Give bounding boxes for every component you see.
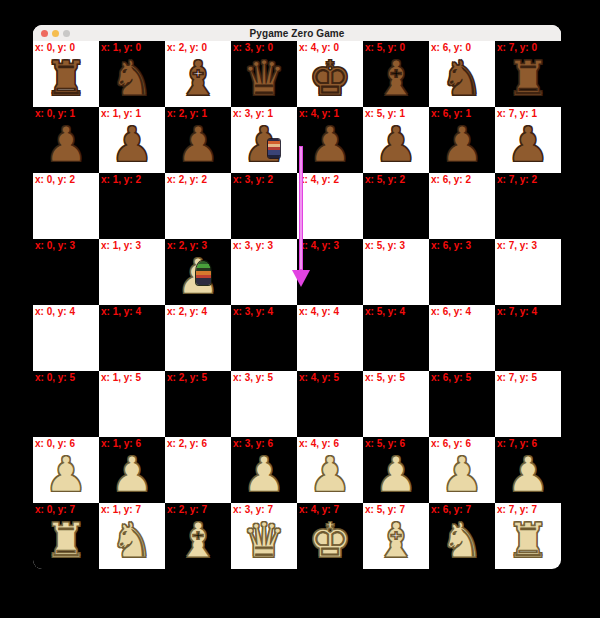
board: x: 0, y: 0♜x: 1, y: 0♞x: 2, y: 0♝x: 3, y… xyxy=(33,41,561,569)
cell-label: x: 5, y: 5 xyxy=(365,372,405,383)
piece-cream-pawn: ♟ xyxy=(242,450,285,498)
cell-x5-y7[interactable]: x: 5, y: 7♝ xyxy=(363,503,429,569)
cell-x0-y3[interactable]: x: 0, y: 3 xyxy=(33,239,99,305)
cell-x1-y5[interactable]: x: 1, y: 5 xyxy=(99,371,165,437)
piece-brown-rook: ♜ xyxy=(44,54,87,102)
cell-x3-y1[interactable]: x: 3, y: 1♟ xyxy=(231,107,297,173)
cell-x4-y3[interactable]: x: 4, y: 3 xyxy=(297,239,363,305)
cell-x7-y1[interactable]: x: 7, y: 1♟ xyxy=(495,107,561,173)
pygame-window: Pygame Zero Game x: 0, y: 0♜x: 1, y: 0♞x… xyxy=(33,25,561,569)
cell-x5-y6[interactable]: x: 5, y: 6♟ xyxy=(363,437,429,503)
cell-label: x: 1, y: 3 xyxy=(101,240,141,251)
cell-label: x: 5, y: 1 xyxy=(365,108,405,119)
cell-label: x: 5, y: 0 xyxy=(365,42,405,53)
cell-label: x: 3, y: 1 xyxy=(233,108,273,119)
cell-label: x: 6, y: 1 xyxy=(431,108,471,119)
piece-brown-queen: ♛ xyxy=(242,54,285,102)
cell-label: x: 2, y: 4 xyxy=(167,306,207,317)
cell-x5-y2[interactable]: x: 5, y: 2 xyxy=(363,173,429,239)
cell-label: x: 7, y: 1 xyxy=(497,108,537,119)
cell-x4-y4[interactable]: x: 4, y: 4 xyxy=(297,305,363,371)
cell-x0-y6[interactable]: x: 0, y: 6♟ xyxy=(33,437,99,503)
cell-x5-y5[interactable]: x: 5, y: 5 xyxy=(363,371,429,437)
cell-x6-y2[interactable]: x: 6, y: 2 xyxy=(429,173,495,239)
cell-x3-y2[interactable]: x: 3, y: 2 xyxy=(231,173,297,239)
cell-x4-y5[interactable]: x: 4, y: 5 xyxy=(297,371,363,437)
piece-cream-pawn: ♟ xyxy=(44,450,87,498)
piece-cream-pawn: ♟ xyxy=(110,450,153,498)
cell-label: x: 6, y: 0 xyxy=(431,42,471,53)
cell-x4-y2[interactable]: x: 4, y: 2 xyxy=(297,173,363,239)
piece-brown-pawn: ♟ xyxy=(308,120,351,168)
cell-label: x: 7, y: 6 xyxy=(497,438,537,449)
cell-x7-y5[interactable]: x: 7, y: 5 xyxy=(495,371,561,437)
piece-cream-rook: ♜ xyxy=(506,516,549,564)
cell-label: x: 5, y: 4 xyxy=(365,306,405,317)
cell-x1-y1[interactable]: x: 1, y: 1♟ xyxy=(99,107,165,173)
cell-label: x: 0, y: 5 xyxy=(35,372,75,383)
cell-x3-y0[interactable]: x: 3, y: 0♛ xyxy=(231,41,297,107)
cell-x0-y2[interactable]: x: 0, y: 2 xyxy=(33,173,99,239)
cell-x2-y7[interactable]: x: 2, y: 7♝ xyxy=(165,503,231,569)
cell-x1-y7[interactable]: x: 1, y: 7♞ xyxy=(99,503,165,569)
cell-x6-y1[interactable]: x: 6, y: 1♟ xyxy=(429,107,495,173)
piece-cream-rook: ♜ xyxy=(44,516,87,564)
cell-label: x: 7, y: 3 xyxy=(497,240,537,251)
cell-x4-y1[interactable]: x: 4, y: 1♟ xyxy=(297,107,363,173)
piece-brown-pawn: ♟ xyxy=(374,120,417,168)
cell-x6-y6[interactable]: x: 6, y: 6♟ xyxy=(429,437,495,503)
cell-label: x: 2, y: 2 xyxy=(167,174,207,185)
piece-cream-knight: ♞ xyxy=(440,516,483,564)
cell-label: x: 1, y: 6 xyxy=(101,438,141,449)
piece-cream-pawn: ♟ xyxy=(374,450,417,498)
cell-x0-y5[interactable]: x: 0, y: 5 xyxy=(33,371,99,437)
cell-label: x: 1, y: 2 xyxy=(101,174,141,185)
cell-x3-y7[interactable]: x: 3, y: 7♛ xyxy=(231,503,297,569)
window-title: Pygame Zero Game xyxy=(33,28,561,39)
cell-x6-y0[interactable]: x: 6, y: 0♞ xyxy=(429,41,495,107)
piece-brown-knight: ♞ xyxy=(440,54,483,102)
cell-x6-y7[interactable]: x: 6, y: 7♞ xyxy=(429,503,495,569)
piece-cream-queen: ♛ xyxy=(242,516,285,564)
cell-x1-y6[interactable]: x: 1, y: 6♟ xyxy=(99,437,165,503)
cell-label: x: 5, y: 2 xyxy=(365,174,405,185)
cell-label: x: 3, y: 5 xyxy=(233,372,273,383)
cell-label: x: 7, y: 5 xyxy=(497,372,537,383)
cell-x5-y4[interactable]: x: 5, y: 4 xyxy=(363,305,429,371)
cell-label: x: 6, y: 4 xyxy=(431,306,471,317)
titlebar[interactable]: Pygame Zero Game xyxy=(33,25,561,41)
cell-x2-y5[interactable]: x: 2, y: 5 xyxy=(165,371,231,437)
cell-x4-y0[interactable]: x: 4, y: 0♚ xyxy=(297,41,363,107)
piece-cream-pawn: ♟ xyxy=(440,450,483,498)
piece-cream-king: ♚ xyxy=(308,516,351,564)
piece-cream-pawn: ♟ xyxy=(308,450,351,498)
cell-x0-y4[interactable]: x: 0, y: 4 xyxy=(33,305,99,371)
cell-label: x: 1, y: 5 xyxy=(101,372,141,383)
piece-brown-king: ♚ xyxy=(308,54,351,102)
cell-x6-y3[interactable]: x: 6, y: 3 xyxy=(429,239,495,305)
cell-x3-y4[interactable]: x: 3, y: 4 xyxy=(231,305,297,371)
piece-cream-knight: ♞ xyxy=(110,516,153,564)
cell-label: x: 0, y: 6 xyxy=(35,438,75,449)
cell-x5-y3[interactable]: x: 5, y: 3 xyxy=(363,239,429,305)
cell-x2-y6[interactable]: x: 2, y: 6 xyxy=(165,437,231,503)
cell-label: x: 7, y: 2 xyxy=(497,174,537,185)
cell-label: x: 1, y: 0 xyxy=(101,42,141,53)
cell-label: x: 4, y: 7 xyxy=(299,504,339,515)
cell-label: x: 7, y: 4 xyxy=(497,306,537,317)
cell-x2-y0[interactable]: x: 2, y: 0♝ xyxy=(165,41,231,107)
cell-label: x: 2, y: 0 xyxy=(167,42,207,53)
cell-x0-y0[interactable]: x: 0, y: 0♜ xyxy=(33,41,99,107)
piece-brown-bishop: ♝ xyxy=(176,54,219,102)
cell-label: x: 0, y: 7 xyxy=(35,504,75,515)
cell-x0-y1[interactable]: x: 0, y: 1♟ xyxy=(33,107,99,173)
cell-x7-y2[interactable]: x: 7, y: 2 xyxy=(495,173,561,239)
piece-brown-pawn: ♟ xyxy=(440,120,483,168)
cell-label: x: 7, y: 7 xyxy=(497,504,537,515)
cell-label: x: 0, y: 4 xyxy=(35,306,75,317)
cell-label: x: 2, y: 1 xyxy=(167,108,207,119)
cell-x4-y7[interactable]: x: 4, y: 7♚ xyxy=(297,503,363,569)
cell-x2-y2[interactable]: x: 2, y: 2 xyxy=(165,173,231,239)
cell-label: x: 3, y: 2 xyxy=(233,174,273,185)
cell-label: x: 4, y: 2 xyxy=(299,174,339,185)
cell-label: x: 3, y: 3 xyxy=(233,240,273,251)
cell-label: x: 6, y: 3 xyxy=(431,240,471,251)
cell-x6-y4[interactable]: x: 6, y: 4 xyxy=(429,305,495,371)
cell-label: x: 2, y: 6 xyxy=(167,438,207,449)
cell-label: x: 5, y: 6 xyxy=(365,438,405,449)
cell-label: x: 1, y: 7 xyxy=(101,504,141,515)
cell-label: x: 0, y: 3 xyxy=(35,240,75,251)
mini-goblin-sprite[interactable] xyxy=(196,261,211,285)
cell-x7-y0[interactable]: x: 7, y: 0♜ xyxy=(495,41,561,107)
cell-x5-y0[interactable]: x: 5, y: 0♝ xyxy=(363,41,429,107)
cell-x5-y1[interactable]: x: 5, y: 1♟ xyxy=(363,107,429,173)
cell-label: x: 4, y: 0 xyxy=(299,42,339,53)
cell-x1-y0[interactable]: x: 1, y: 0♞ xyxy=(99,41,165,107)
cell-x1-y3[interactable]: x: 1, y: 3 xyxy=(99,239,165,305)
cell-label: x: 2, y: 3 xyxy=(167,240,207,251)
cell-label: x: 4, y: 3 xyxy=(299,240,339,251)
cell-label: x: 1, y: 4 xyxy=(101,306,141,317)
cell-label: x: 4, y: 5 xyxy=(299,372,339,383)
cell-label: x: 0, y: 2 xyxy=(35,174,75,185)
cell-label: x: 6, y: 2 xyxy=(431,174,471,185)
cell-x6-y5[interactable]: x: 6, y: 5 xyxy=(429,371,495,437)
cell-label: x: 3, y: 0 xyxy=(233,42,273,53)
piece-cream-bishop: ♝ xyxy=(176,516,219,564)
cell-label: x: 2, y: 7 xyxy=(167,504,207,515)
cell-x3-y3[interactable]: x: 3, y: 3 xyxy=(231,239,297,305)
mini-adventurer-sprite[interactable] xyxy=(268,139,280,158)
cell-x7-y3[interactable]: x: 7, y: 3 xyxy=(495,239,561,305)
piece-brown-pawn: ♟ xyxy=(110,120,153,168)
cell-label: x: 5, y: 7 xyxy=(365,504,405,515)
cell-label: x: 3, y: 7 xyxy=(233,504,273,515)
piece-brown-pawn: ♟ xyxy=(506,120,549,168)
cell-x2-y4[interactable]: x: 2, y: 4 xyxy=(165,305,231,371)
cell-label: x: 4, y: 4 xyxy=(299,306,339,317)
piece-cream-bishop: ♝ xyxy=(374,516,417,564)
cell-x7-y7[interactable]: x: 7, y: 7♜ xyxy=(495,503,561,569)
cell-label: x: 7, y: 0 xyxy=(497,42,537,53)
cell-x2-y1[interactable]: x: 2, y: 1♟ xyxy=(165,107,231,173)
piece-cream-pawn: ♟ xyxy=(506,450,549,498)
cell-label: x: 1, y: 1 xyxy=(101,108,141,119)
cell-x0-y7[interactable]: x: 0, y: 7♜ xyxy=(33,503,99,569)
cell-label: x: 5, y: 3 xyxy=(365,240,405,251)
cell-label: x: 2, y: 5 xyxy=(167,372,207,383)
piece-brown-knight: ♞ xyxy=(110,54,153,102)
piece-brown-pawn: ♟ xyxy=(176,120,219,168)
cell-x3-y6[interactable]: x: 3, y: 6♟ xyxy=(231,437,297,503)
cell-label: x: 0, y: 1 xyxy=(35,108,75,119)
piece-brown-bishop: ♝ xyxy=(374,54,417,102)
piece-brown-pawn: ♟ xyxy=(44,120,87,168)
cell-label: x: 6, y: 6 xyxy=(431,438,471,449)
cell-x7-y6[interactable]: x: 7, y: 6♟ xyxy=(495,437,561,503)
cell-label: x: 3, y: 4 xyxy=(233,306,273,317)
cell-x1-y4[interactable]: x: 1, y: 4 xyxy=(99,305,165,371)
piece-brown-rook: ♜ xyxy=(506,54,549,102)
cell-label: x: 3, y: 6 xyxy=(233,438,273,449)
cell-x1-y2[interactable]: x: 1, y: 2 xyxy=(99,173,165,239)
cell-label: x: 4, y: 1 xyxy=(299,108,339,119)
cell-x4-y6[interactable]: x: 4, y: 6♟ xyxy=(297,437,363,503)
cell-x3-y5[interactable]: x: 3, y: 5 xyxy=(231,371,297,437)
cell-x7-y4[interactable]: x: 7, y: 4 xyxy=(495,305,561,371)
cell-label: x: 6, y: 7 xyxy=(431,504,471,515)
cell-label: x: 6, y: 5 xyxy=(431,372,471,383)
cell-label: x: 4, y: 6 xyxy=(299,438,339,449)
cell-label: x: 0, y: 0 xyxy=(35,42,75,53)
